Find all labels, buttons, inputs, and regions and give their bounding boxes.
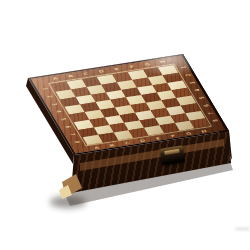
watermark-smudge [235, 227, 250, 231]
chess-board-photo: AA11BB22CC33DD44EE55FF66GG77HH88 [0, 0, 250, 250]
clasp-bar [164, 149, 179, 155]
corner-shadow [50, 196, 86, 208]
clasp-latch [160, 145, 185, 165]
